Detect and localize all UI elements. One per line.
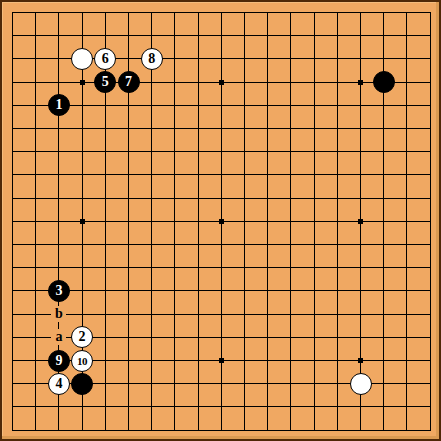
star-point bbox=[219, 80, 224, 85]
star-point bbox=[358, 219, 363, 224]
star-point bbox=[219, 358, 224, 363]
stone-black-D3 bbox=[71, 373, 93, 395]
stone-move-4: 4 bbox=[48, 373, 70, 395]
stone-black-R16 bbox=[373, 71, 395, 93]
stone-move-3: 3 bbox=[48, 280, 70, 302]
star-point bbox=[80, 219, 85, 224]
star-point bbox=[219, 219, 224, 224]
go-board: 12345678910 ab bbox=[0, 0, 441, 441]
star-point bbox=[358, 80, 363, 85]
stone-move-7: 7 bbox=[118, 71, 140, 93]
stone-move-8: 8 bbox=[141, 48, 163, 70]
point-label-a: a bbox=[51, 329, 66, 345]
point-label-b: b bbox=[51, 306, 66, 322]
star-point bbox=[358, 358, 363, 363]
stone-white-D17 bbox=[71, 48, 93, 70]
stone-move-9: 9 bbox=[48, 350, 70, 372]
star-point bbox=[80, 80, 85, 85]
stone-move-10: 10 bbox=[71, 350, 93, 372]
stone-white-Q3 bbox=[350, 373, 372, 395]
